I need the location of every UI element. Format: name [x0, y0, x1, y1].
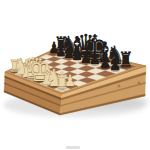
chess-board-box: [0, 0, 150, 150]
watermark: [66, 146, 80, 149]
brass-hinge: [118, 85, 120, 87]
brass-hinge: [138, 82, 140, 84]
chess-set-photo: ♜♞♟♝♟♛♟♚♟♝♟♞♟♜♟♟♟♟♜♟♞♟♝♟♛♟♚♟♝♞♟♜: [0, 0, 150, 150]
